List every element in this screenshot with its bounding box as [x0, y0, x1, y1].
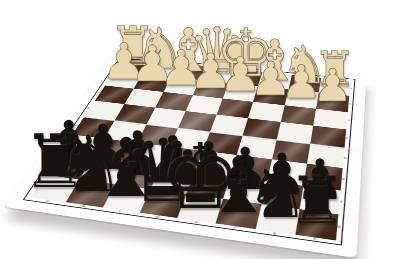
scene: abcdefgh abcdefgh 12345678 12345678 ♜♞♝♛… [0, 0, 420, 259]
piece-black-rook[interactable]: ♜ [288, 169, 346, 234]
piece-white-pawn[interactable]: ♟ [312, 63, 352, 108]
